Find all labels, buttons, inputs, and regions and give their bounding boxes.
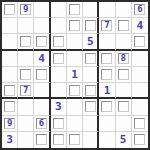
cell-r4c8[interactable]: 8 <box>116 51 132 67</box>
input-square[interactable] <box>134 118 145 129</box>
cell-r2c9: 4 <box>132 18 148 34</box>
given-digit: 1 <box>104 85 111 96</box>
cell-r4c9 <box>132 51 148 67</box>
cell-r1c4 <box>51 2 67 18</box>
cell-r8c2 <box>18 116 34 132</box>
cell-r1c5[interactable] <box>67 2 83 18</box>
cell-r3c3[interactable] <box>34 34 50 50</box>
sudoku-board: 967454817139635 <box>0 0 150 150</box>
cell-r5c4 <box>51 67 67 83</box>
input-square[interactable] <box>4 85 15 96</box>
cell-r8c1[interactable]: 9 <box>2 116 18 132</box>
input-square[interactable] <box>134 36 145 47</box>
cell-r9c9[interactable] <box>132 132 148 148</box>
input-square[interactable] <box>69 4 80 15</box>
cell-r9c1: 3 <box>2 132 18 148</box>
input-square[interactable] <box>20 69 31 80</box>
cell-r3c9[interactable] <box>132 34 148 50</box>
input-square[interactable]: 9 <box>20 4 31 15</box>
cell-r4c2 <box>18 51 34 67</box>
cell-r2c4 <box>51 18 67 34</box>
input-square[interactable] <box>36 134 47 145</box>
input-square[interactable]: 6 <box>134 4 145 15</box>
cell-r2c1 <box>2 18 18 34</box>
cell-r7c4: 3 <box>51 99 67 115</box>
cell-r7c1[interactable] <box>2 99 18 115</box>
cell-r1c7 <box>99 2 115 18</box>
input-square[interactable] <box>85 20 96 31</box>
given-digit: 3 <box>6 134 13 145</box>
cell-r3c4[interactable] <box>51 34 67 50</box>
cell-r7c5 <box>67 99 83 115</box>
cell-r1c1[interactable] <box>2 2 18 18</box>
input-square[interactable] <box>36 69 47 80</box>
input-square[interactable] <box>101 69 112 80</box>
cell-r4c1 <box>2 51 18 67</box>
cell-r3c5 <box>67 34 83 50</box>
input-square[interactable] <box>85 101 96 112</box>
cell-r4c3: 4 <box>34 51 50 67</box>
cell-r3c6: 5 <box>83 34 99 50</box>
cell-r5c6 <box>83 67 99 83</box>
cell-r6c7: 1 <box>99 83 115 99</box>
cell-r6c1[interactable] <box>2 83 18 99</box>
boxed-given-digit: 9 <box>23 5 28 14</box>
cell-r8c8 <box>116 116 132 132</box>
input-square[interactable] <box>4 4 15 15</box>
cell-r5c5: 1 <box>67 67 83 83</box>
input-square[interactable]: 9 <box>4 118 15 129</box>
cell-r3c8 <box>116 34 132 50</box>
given-digit: 3 <box>55 101 62 112</box>
cell-r2c2 <box>18 18 34 34</box>
cell-r5c8[interactable] <box>116 67 132 83</box>
input-square[interactable]: 7 <box>20 85 31 96</box>
cell-r4c4[interactable] <box>51 51 67 67</box>
boxed-given-digit: 7 <box>23 86 28 95</box>
cell-r3c1 <box>2 34 18 50</box>
input-square[interactable] <box>118 101 129 112</box>
input-square[interactable]: 8 <box>118 53 129 64</box>
cell-r7c3 <box>34 99 50 115</box>
cell-r1c2[interactable]: 9 <box>18 2 34 18</box>
cell-r4c5 <box>67 51 83 67</box>
cell-r9c4[interactable] <box>51 132 67 148</box>
given-digit: 5 <box>120 134 127 145</box>
input-square[interactable] <box>85 53 96 64</box>
cell-r1c8 <box>116 2 132 18</box>
cell-r6c5[interactable] <box>67 83 83 99</box>
cell-r3c7 <box>99 34 115 50</box>
cell-r7c8[interactable] <box>116 99 132 115</box>
input-square[interactable] <box>134 134 145 145</box>
boxed-given-digit: 6 <box>39 119 44 128</box>
cell-r7c6[interactable] <box>83 99 99 115</box>
cell-r3c2[interactable] <box>18 34 34 50</box>
cell-r8c6 <box>83 116 99 132</box>
cell-r1c6 <box>83 2 99 18</box>
cell-r8c7 <box>99 116 115 132</box>
input-square[interactable]: 6 <box>36 118 47 129</box>
cell-r6c8 <box>116 83 132 99</box>
input-square[interactable]: 7 <box>101 20 112 31</box>
cell-r7c7[interactable] <box>99 99 115 115</box>
cell-r9c2 <box>18 132 34 148</box>
cell-r8c5 <box>67 116 83 132</box>
input-square[interactable] <box>101 101 112 112</box>
cell-r5c1 <box>2 67 18 83</box>
cell-r9c3[interactable] <box>34 132 50 148</box>
input-square[interactable] <box>118 69 129 80</box>
cell-r7c9 <box>132 99 148 115</box>
input-square[interactable] <box>85 85 96 96</box>
cell-r7c2 <box>18 99 34 115</box>
cell-r6c4 <box>51 83 67 99</box>
given-digit: 4 <box>137 20 144 31</box>
input-square[interactable] <box>69 134 80 145</box>
given-digit: 1 <box>71 69 78 80</box>
boxed-given-digit: 7 <box>104 21 109 30</box>
cell-r5c9 <box>132 67 148 83</box>
cell-r9c7 <box>99 132 115 148</box>
cell-r5c2[interactable] <box>18 67 34 83</box>
input-square[interactable] <box>36 36 47 47</box>
cell-r6c9 <box>132 83 148 99</box>
cell-r6c3 <box>34 83 50 99</box>
input-square[interactable] <box>53 53 64 64</box>
cell-r2c6[interactable] <box>83 18 99 34</box>
given-digit: 4 <box>38 53 45 64</box>
input-square[interactable] <box>69 20 80 31</box>
cell-r9c6 <box>83 132 99 148</box>
cell-r4c6[interactable] <box>83 51 99 67</box>
cell-r2c7[interactable]: 7 <box>99 18 115 34</box>
cell-r5c3[interactable] <box>34 67 50 83</box>
boxed-given-digit: 9 <box>7 119 12 128</box>
given-digit: 5 <box>87 36 94 47</box>
input-square[interactable] <box>53 118 64 129</box>
cell-r2c5[interactable] <box>67 18 83 34</box>
input-square[interactable] <box>4 101 15 112</box>
input-square[interactable] <box>20 36 31 47</box>
cell-r8c3[interactable]: 6 <box>34 116 50 132</box>
boxed-given-digit: 6 <box>137 5 142 14</box>
boxed-given-digit: 8 <box>120 54 125 63</box>
cell-r1c3 <box>34 2 50 18</box>
input-square[interactable] <box>53 134 64 145</box>
cell-r2c8[interactable] <box>116 18 132 34</box>
cell-r1c9[interactable]: 6 <box>132 2 148 18</box>
input-square[interactable] <box>118 20 129 31</box>
input-square[interactable] <box>53 36 64 47</box>
cell-r6c6[interactable] <box>83 83 99 99</box>
cell-r6c2[interactable]: 7 <box>18 83 34 99</box>
cell-r5c7[interactable] <box>99 67 115 83</box>
cell-r4c7[interactable] <box>99 51 115 67</box>
cell-r9c5[interactable] <box>67 132 83 148</box>
input-square[interactable] <box>69 85 80 96</box>
cell-r2c3 <box>34 18 50 34</box>
cell-r8c4[interactable] <box>51 116 67 132</box>
cell-r8c9[interactable] <box>132 116 148 132</box>
cell-r9c8: 5 <box>116 132 132 148</box>
input-square[interactable] <box>101 53 112 64</box>
